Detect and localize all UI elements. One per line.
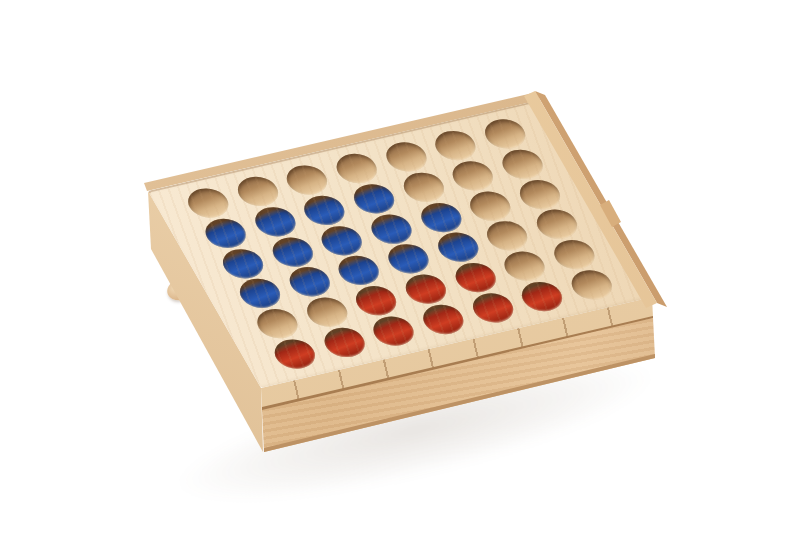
red-disc	[417, 301, 470, 337]
red-disc	[268, 336, 321, 372]
red-disc	[367, 313, 420, 349]
red-disc	[318, 324, 371, 360]
red-disc	[466, 289, 519, 325]
red-disc	[516, 278, 569, 314]
product-photo	[0, 0, 800, 533]
empty-hole	[565, 266, 618, 302]
